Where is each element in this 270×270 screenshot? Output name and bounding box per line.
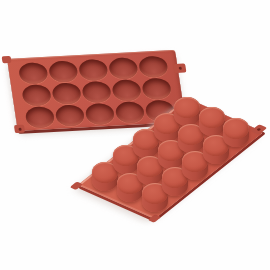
hang-hole <box>178 67 181 70</box>
round-cavity <box>18 61 49 84</box>
round-cavity <box>51 82 82 105</box>
corner-tab-with-hole <box>173 63 186 73</box>
round-cavity <box>21 83 52 106</box>
round-cavity <box>84 102 115 125</box>
round-cavity <box>78 58 109 81</box>
round-cavity <box>108 57 139 80</box>
round-cavity <box>114 101 145 124</box>
hang-hole <box>256 128 261 131</box>
round-cavity <box>141 77 172 100</box>
round-cavity <box>24 105 55 128</box>
round-cavity <box>138 55 169 78</box>
corner-tab <box>2 56 12 63</box>
product-photo <box>0 0 270 270</box>
cavity-grid <box>7 50 175 59</box>
corner-tab-with-hole <box>14 125 25 134</box>
round-cavity <box>54 104 85 127</box>
corner-tab-with-hole <box>250 124 267 135</box>
round-cavity <box>48 60 79 83</box>
round-cavity <box>81 80 112 103</box>
hang-hole <box>18 127 21 130</box>
round-cavity <box>111 79 142 102</box>
